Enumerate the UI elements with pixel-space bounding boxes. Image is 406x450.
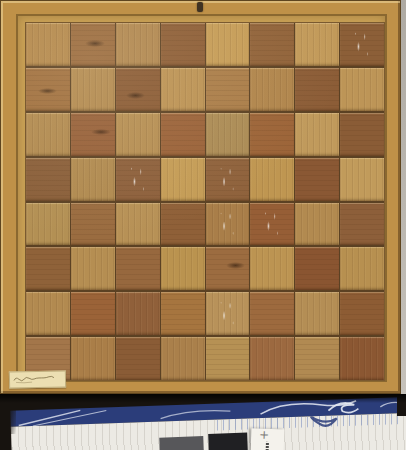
square-e3[interactable]	[206, 247, 250, 290]
square-f5[interactable]	[250, 158, 294, 201]
wood-knot	[85, 40, 104, 47]
wood-knot	[226, 262, 245, 269]
square-a7[interactable]	[26, 68, 70, 111]
square-g7[interactable]	[295, 68, 339, 111]
square-e6[interactable]	[206, 113, 250, 156]
square-e4[interactable]	[206, 203, 250, 246]
square-g3[interactable]	[295, 247, 339, 290]
square-b1[interactable]	[71, 337, 115, 380]
square-b6[interactable]	[71, 113, 115, 156]
board-frame	[0, 0, 401, 394]
left-shadow	[0, 394, 16, 434]
square-a4[interactable]	[26, 203, 70, 246]
handwritten-label	[9, 370, 66, 388]
square-d5[interactable]	[161, 158, 205, 201]
square-b8[interactable]	[71, 23, 115, 66]
square-d4[interactable]	[161, 203, 205, 246]
square-a5[interactable]	[26, 158, 70, 201]
square-a8[interactable]	[26, 23, 70, 66]
hanging-nail-icon	[197, 2, 203, 12]
wood-knot	[126, 92, 145, 99]
square-g4[interactable]	[295, 203, 339, 246]
square-h5[interactable]	[340, 158, 384, 201]
square-h6[interactable]	[340, 113, 384, 156]
square-d3[interactable]	[161, 247, 205, 290]
square-f1[interactable]	[250, 337, 294, 380]
square-g6[interactable]	[295, 113, 339, 156]
square-c3[interactable]	[116, 247, 160, 290]
square-h2[interactable]	[340, 292, 384, 335]
paint-scuff	[116, 158, 160, 201]
square-b4[interactable]	[71, 203, 115, 246]
square-h1[interactable]	[340, 337, 384, 380]
chess-board	[26, 23, 384, 380]
wall-background	[401, 0, 406, 397]
square-g8[interactable]	[295, 23, 339, 66]
square-c8[interactable]	[116, 23, 160, 66]
square-b5[interactable]	[71, 158, 115, 201]
square-c6[interactable]	[116, 113, 160, 156]
square-c5[interactable]	[116, 158, 160, 201]
square-f3[interactable]	[250, 247, 294, 290]
square-f8[interactable]	[250, 23, 294, 66]
wood-knot	[91, 129, 110, 136]
paint-scuff	[206, 292, 250, 335]
square-h3[interactable]	[340, 247, 384, 290]
grayscale-card-gray-patch	[159, 436, 204, 450]
square-g2[interactable]	[295, 292, 339, 335]
square-h4[interactable]	[340, 203, 384, 246]
wood-knot	[38, 88, 57, 95]
paint-scuff	[340, 23, 384, 66]
square-a6[interactable]	[26, 113, 70, 156]
square-b3[interactable]	[71, 247, 115, 290]
paint-scuff	[206, 158, 250, 201]
paint-scuff	[250, 203, 294, 246]
square-d1[interactable]	[161, 337, 205, 380]
square-d2[interactable]	[161, 292, 205, 335]
right-shadow	[397, 394, 406, 416]
square-c4[interactable]	[116, 203, 160, 246]
square-a2[interactable]	[26, 292, 70, 335]
square-b2[interactable]	[71, 292, 115, 335]
square-e5[interactable]	[206, 158, 250, 201]
square-h8[interactable]	[340, 23, 384, 66]
square-c2[interactable]	[116, 292, 160, 335]
cardboard-box: +	[10, 397, 406, 450]
square-e1[interactable]	[206, 337, 250, 380]
square-b7[interactable]	[71, 68, 115, 111]
square-f4[interactable]	[250, 203, 294, 246]
paint-scuff	[206, 203, 250, 246]
tiny-card-text	[265, 442, 269, 450]
square-e2[interactable]	[206, 292, 250, 335]
square-e7[interactable]	[206, 68, 250, 111]
grayscale-card-black-patch	[208, 433, 248, 450]
square-f2[interactable]	[250, 292, 294, 335]
crosshair-mark: +	[259, 429, 269, 441]
square-d6[interactable]	[161, 113, 205, 156]
square-g1[interactable]	[295, 337, 339, 380]
registration-card: +	[250, 428, 284, 450]
area-below-board: +	[0, 394, 406, 450]
photo-of-chessboard: +	[0, 0, 406, 450]
square-c1[interactable]	[116, 337, 160, 380]
square-e8[interactable]	[206, 23, 250, 66]
square-d8[interactable]	[161, 23, 205, 66]
square-d7[interactable]	[161, 68, 205, 111]
square-h7[interactable]	[340, 68, 384, 111]
square-f6[interactable]	[250, 113, 294, 156]
square-g5[interactable]	[295, 158, 339, 201]
square-c7[interactable]	[116, 68, 160, 111]
square-a3[interactable]	[26, 247, 70, 290]
square-f7[interactable]	[250, 68, 294, 111]
handwriting-squiggle-icon	[10, 371, 63, 385]
